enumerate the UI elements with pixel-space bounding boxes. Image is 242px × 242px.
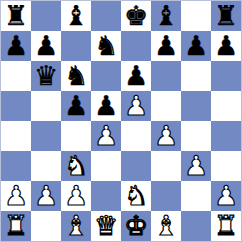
square-e8[interactable]: ♚ [121, 1, 151, 31]
square-d1[interactable]: ♛ [91, 211, 121, 241]
white-knight[interactable]: ♞ [64, 152, 88, 179]
square-g7[interactable]: ♟ [181, 31, 211, 61]
white-pawn[interactable]: ♟ [4, 182, 28, 209]
square-d4[interactable]: ♟ [91, 121, 121, 151]
black-pawn[interactable]: ♟ [64, 92, 88, 119]
square-e4[interactable] [121, 121, 151, 151]
square-f8[interactable]: ♝ [151, 1, 181, 31]
square-c7[interactable] [61, 31, 91, 61]
square-d6[interactable] [91, 61, 121, 91]
black-pawn[interactable]: ♟ [4, 32, 28, 59]
square-h4[interactable] [211, 121, 241, 151]
square-a3[interactable] [1, 151, 31, 181]
chess-board: ♜♝♚♝♜♟♟♞♟♟♟♛♞♟♟♟♟♟♟♞♟♟♟♟♞♟♜♝♛♚♝♜ [0, 0, 242, 242]
white-knight[interactable]: ♞ [124, 182, 148, 209]
square-f5[interactable] [151, 91, 181, 121]
black-pawn[interactable]: ♟ [154, 32, 178, 59]
square-d2[interactable] [91, 181, 121, 211]
square-h6[interactable] [211, 61, 241, 91]
white-pawn[interactable]: ♟ [64, 182, 88, 209]
square-e1[interactable]: ♚ [121, 211, 151, 241]
square-h7[interactable]: ♟ [211, 31, 241, 61]
square-a8[interactable]: ♜ [1, 1, 31, 31]
square-e6[interactable]: ♟ [121, 61, 151, 91]
white-queen[interactable]: ♛ [94, 212, 118, 239]
white-king[interactable]: ♚ [124, 212, 148, 239]
square-f3[interactable] [151, 151, 181, 181]
square-b1[interactable] [31, 211, 61, 241]
black-queen[interactable]: ♛ [34, 62, 58, 89]
square-g1[interactable] [181, 211, 211, 241]
square-b8[interactable] [31, 1, 61, 31]
white-pawn[interactable]: ♟ [154, 122, 178, 149]
square-a4[interactable] [1, 121, 31, 151]
white-rook[interactable]: ♜ [4, 212, 28, 239]
square-a7[interactable]: ♟ [1, 31, 31, 61]
black-pawn[interactable]: ♟ [214, 32, 238, 59]
square-b4[interactable] [31, 121, 61, 151]
square-g6[interactable] [181, 61, 211, 91]
square-c4[interactable] [61, 121, 91, 151]
white-bishop[interactable]: ♝ [64, 212, 88, 239]
square-e2[interactable]: ♞ [121, 181, 151, 211]
black-bishop[interactable]: ♝ [154, 2, 178, 29]
square-a5[interactable] [1, 91, 31, 121]
square-g2[interactable] [181, 181, 211, 211]
white-pawn[interactable]: ♟ [184, 152, 208, 179]
square-e3[interactable] [121, 151, 151, 181]
black-knight[interactable]: ♞ [64, 62, 88, 89]
square-d8[interactable] [91, 1, 121, 31]
black-rook[interactable]: ♜ [4, 2, 28, 29]
square-d7[interactable]: ♞ [91, 31, 121, 61]
black-knight[interactable]: ♞ [94, 32, 118, 59]
square-h8[interactable]: ♜ [211, 1, 241, 31]
square-f7[interactable]: ♟ [151, 31, 181, 61]
black-pawn[interactable]: ♟ [184, 32, 208, 59]
white-pawn[interactable]: ♟ [94, 122, 118, 149]
white-pawn[interactable]: ♟ [34, 182, 58, 209]
square-b3[interactable] [31, 151, 61, 181]
square-g3[interactable]: ♟ [181, 151, 211, 181]
square-a1[interactable]: ♜ [1, 211, 31, 241]
square-h5[interactable] [211, 91, 241, 121]
square-c1[interactable]: ♝ [61, 211, 91, 241]
square-b2[interactable]: ♟ [31, 181, 61, 211]
black-bishop[interactable]: ♝ [64, 2, 88, 29]
black-rook[interactable]: ♜ [214, 2, 238, 29]
square-a6[interactable] [1, 61, 31, 91]
black-pawn[interactable]: ♟ [94, 92, 118, 119]
square-e5[interactable]: ♟ [121, 91, 151, 121]
square-c2[interactable]: ♟ [61, 181, 91, 211]
square-g8[interactable] [181, 1, 211, 31]
square-d5[interactable]: ♟ [91, 91, 121, 121]
square-g4[interactable] [181, 121, 211, 151]
square-e7[interactable] [121, 31, 151, 61]
black-king[interactable]: ♚ [124, 2, 148, 29]
square-f4[interactable]: ♟ [151, 121, 181, 151]
square-b7[interactable]: ♟ [31, 31, 61, 61]
square-h2[interactable]: ♟ [211, 181, 241, 211]
square-c8[interactable]: ♝ [61, 1, 91, 31]
square-h1[interactable]: ♜ [211, 211, 241, 241]
square-f6[interactable] [151, 61, 181, 91]
square-f1[interactable]: ♝ [151, 211, 181, 241]
white-pawn[interactable]: ♟ [124, 92, 148, 119]
square-f2[interactable] [151, 181, 181, 211]
square-h3[interactable] [211, 151, 241, 181]
square-a2[interactable]: ♟ [1, 181, 31, 211]
white-rook[interactable]: ♜ [214, 212, 238, 239]
chess-board-container: ♜♝♚♝♜♟♟♞♟♟♟♛♞♟♟♟♟♟♟♞♟♟♟♟♞♟♜♝♛♚♝♜ [0, 0, 242, 242]
white-pawn[interactable]: ♟ [214, 182, 238, 209]
white-bishop[interactable]: ♝ [154, 212, 178, 239]
square-d3[interactable] [91, 151, 121, 181]
black-pawn[interactable]: ♟ [34, 32, 58, 59]
square-b6[interactable]: ♛ [31, 61, 61, 91]
square-b5[interactable] [31, 91, 61, 121]
square-c5[interactable]: ♟ [61, 91, 91, 121]
square-c3[interactable]: ♞ [61, 151, 91, 181]
black-pawn[interactable]: ♟ [124, 62, 148, 89]
square-c6[interactable]: ♞ [61, 61, 91, 91]
square-g5[interactable] [181, 91, 211, 121]
